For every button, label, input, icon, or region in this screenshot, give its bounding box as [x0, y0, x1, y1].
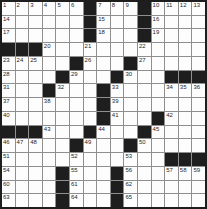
- clue-number-1: 1: [3, 2, 6, 8]
- grid-cell-r4c9[interactable]: [111, 43, 124, 56]
- grid-cell-r11c1[interactable]: 46: [2, 139, 15, 152]
- black-square-r4c2: [16, 43, 29, 56]
- grid-cell-r12c12[interactable]: [152, 153, 165, 166]
- clue-number-38: 38: [44, 98, 51, 104]
- black-square-r7c4: [43, 84, 56, 97]
- clue-number-61: 61: [71, 181, 78, 187]
- black-square-r6c13: [165, 71, 178, 84]
- grid-cell-r13c7[interactable]: [84, 167, 97, 180]
- clue-number-44: 44: [98, 126, 105, 132]
- grid-cell-r3c8[interactable]: 18: [97, 29, 110, 42]
- grid-cell-r13c14[interactable]: 58: [179, 167, 192, 180]
- black-square-r8c8: [97, 98, 110, 111]
- clue-number-5: 5: [57, 2, 60, 8]
- grid-cell-r3c2[interactable]: [16, 29, 29, 42]
- grid-cell-r7c5[interactable]: 32: [56, 84, 69, 97]
- grid-cell-r3c10[interactable]: [124, 29, 137, 42]
- grid-cell-r7c2[interactable]: [16, 84, 29, 97]
- grid-cell-r4c10[interactable]: [124, 43, 137, 56]
- grid-cell-r14c3[interactable]: [29, 181, 42, 194]
- grid-cell-r7c7[interactable]: [84, 84, 97, 97]
- grid-cell-r12c5[interactable]: [56, 153, 69, 166]
- grid-cell-r15c12[interactable]: [152, 194, 165, 207]
- black-square-r10c2: [16, 126, 29, 139]
- grid-cell-r14c4[interactable]: [43, 181, 56, 194]
- clue-number-52: 52: [71, 153, 78, 159]
- grid-cell-r15c11[interactable]: [138, 194, 151, 207]
- clue-number-28: 28: [3, 71, 10, 77]
- grid-cell-r9c3[interactable]: [29, 112, 42, 125]
- grid-cell-r3c5[interactable]: [56, 29, 69, 42]
- grid-cell-r4c6[interactable]: [70, 43, 83, 56]
- grid-cell-r15c1[interactable]: 63: [2, 194, 15, 207]
- grid-cell-r7c14[interactable]: 35: [179, 84, 192, 97]
- clue-number-2: 2: [17, 2, 20, 8]
- black-square-r6c15: [192, 71, 205, 84]
- grid-cell-r15c13[interactable]: [165, 194, 178, 207]
- grid-cell-r10c14[interactable]: [179, 126, 192, 139]
- black-square-r12c15: [192, 153, 205, 166]
- grid-cell-r11c9[interactable]: [111, 139, 124, 152]
- grid-cell-r10c8[interactable]: 44: [97, 126, 110, 139]
- black-square-r13c9: [111, 167, 124, 180]
- clue-number-12: 12: [180, 2, 187, 8]
- clue-number-32: 32: [57, 84, 64, 90]
- grid-cell-r8c5[interactable]: [56, 98, 69, 111]
- grid-cell-r1c5[interactable]: 5: [56, 2, 69, 15]
- grid-cell-r10c9[interactable]: [111, 126, 124, 139]
- clue-number-10: 10: [153, 2, 160, 8]
- grid-cell-r9c14[interactable]: [179, 112, 192, 125]
- grid-cell-r5c4[interactable]: [43, 57, 56, 70]
- clue-number-20: 20: [44, 43, 51, 49]
- grid-cell-r11c13[interactable]: [165, 139, 178, 152]
- grid-cell-r12c9[interactable]: [111, 153, 124, 166]
- grid-cell-r10c4[interactable]: 43: [43, 126, 56, 139]
- clue-number-40: 40: [3, 112, 10, 118]
- black-square-r10c7: [84, 126, 97, 139]
- clue-number-65: 65: [125, 194, 132, 200]
- clue-number-23: 23: [3, 57, 10, 63]
- grid-cell-r11c14[interactable]: [179, 139, 192, 152]
- grid-cell-r5c7[interactable]: 26: [84, 57, 97, 70]
- grid-cell-r15c7[interactable]: [84, 194, 97, 207]
- grid-cell-r1c1[interactable]: 1: [2, 2, 15, 15]
- clue-number-24: 24: [17, 57, 24, 63]
- grid-cell-r7c9[interactable]: 33: [111, 84, 124, 97]
- grid-cell-r8c7[interactable]: [84, 98, 97, 111]
- grid-cell-r13c10[interactable]: 56: [124, 167, 137, 180]
- grid-cell-r5c13[interactable]: [165, 57, 178, 70]
- grid-cell-r11c3[interactable]: 48: [29, 139, 42, 152]
- grid-cell-r2c14[interactable]: [179, 16, 192, 29]
- clue-number-34: 34: [166, 84, 173, 90]
- grid-cell-r9c6[interactable]: [70, 112, 83, 125]
- clue-number-4: 4: [44, 2, 47, 8]
- grid-cell-r2c8[interactable]: 15: [97, 16, 110, 29]
- clue-number-7: 7: [98, 2, 101, 8]
- grid-cell-r10c12[interactable]: 45: [152, 126, 165, 139]
- clue-number-11: 11: [166, 2, 172, 8]
- grid-cell-r5c9[interactable]: [111, 57, 124, 70]
- grid-cell-r3c13[interactable]: [165, 29, 178, 42]
- black-square-r2c7: [84, 16, 97, 29]
- grid-cell-r5c3[interactable]: 25: [29, 57, 42, 70]
- grid-cell-r8c9[interactable]: 39: [111, 98, 124, 111]
- grid-cell-r6c4[interactable]: [43, 71, 56, 84]
- grid-cell-r2c10[interactable]: [124, 16, 137, 29]
- grid-cell-r9c9[interactable]: 41: [111, 112, 124, 125]
- grid-cell-r2c3[interactable]: [29, 16, 42, 29]
- grid-cell-r9c10[interactable]: [124, 112, 137, 125]
- grid-cell-r9c1[interactable]: 40: [2, 112, 15, 125]
- grid-cell-r12c1[interactable]: 51: [2, 153, 15, 166]
- clue-number-43: 43: [44, 126, 51, 132]
- grid-cell-r6c8[interactable]: [97, 71, 110, 84]
- clue-number-45: 45: [153, 126, 160, 132]
- grid-cell-r3c14[interactable]: [179, 29, 192, 42]
- grid-cell-r1c4[interactable]: 4: [43, 2, 56, 15]
- clue-number-41: 41: [112, 112, 119, 118]
- clue-number-27: 27: [139, 57, 146, 63]
- grid-cell-r11c2[interactable]: 47: [16, 139, 29, 152]
- grid-cell-r8c1[interactable]: 37: [2, 98, 15, 111]
- grid-cell-r5c12[interactable]: [152, 57, 165, 70]
- black-square-r11c10: [124, 139, 137, 152]
- grid-cell-r2c2[interactable]: [16, 16, 29, 29]
- grid-cell-r14c8[interactable]: [97, 181, 110, 194]
- grid-cell-r5c15[interactable]: [192, 57, 205, 70]
- grid-cell-r15c3[interactable]: [29, 194, 42, 207]
- grid-cell-r6c1[interactable]: 28: [2, 71, 15, 84]
- grid-cell-r13c4[interactable]: [43, 167, 56, 180]
- grid-cell-r4c8[interactable]: [97, 43, 110, 56]
- grid-cell-r2c15[interactable]: [192, 16, 205, 29]
- grid-cell-r9c15[interactable]: [192, 112, 205, 125]
- grid-cell-r12c4[interactable]: [43, 153, 56, 166]
- grid-cell-r8c6[interactable]: [70, 98, 83, 111]
- grid-cell-r5c1[interactable]: 23: [2, 57, 15, 70]
- grid-cell-r14c1[interactable]: 60: [2, 181, 15, 194]
- grid-cell-r6c7[interactable]: [84, 71, 97, 84]
- grid-cell-r15c2[interactable]: [16, 194, 29, 207]
- clue-number-35: 35: [180, 84, 187, 90]
- grid-cell-r13c2[interactable]: [16, 167, 29, 180]
- grid-cell-r8c11[interactable]: [138, 98, 151, 111]
- black-square-r4c1: [2, 43, 15, 56]
- clue-number-30: 30: [125, 71, 132, 77]
- clue-number-49: 49: [85, 139, 92, 145]
- grid-cell-r7c3[interactable]: [29, 84, 42, 97]
- clue-number-54: 54: [3, 167, 10, 173]
- clue-number-18: 18: [98, 29, 105, 35]
- grid-cell-r10c6[interactable]: [70, 126, 83, 139]
- grid-cell-r12c6[interactable]: 52: [70, 153, 83, 166]
- grid-cell-r9c13[interactable]: 42: [165, 112, 178, 125]
- grid-cell-r2c9[interactable]: [111, 16, 124, 29]
- grid-cell-r3c4[interactable]: [43, 29, 56, 42]
- grid-cell-r9c4[interactable]: [43, 112, 56, 125]
- clue-number-22: 22: [139, 43, 146, 49]
- grid-cell-r1c3[interactable]: 3: [29, 2, 42, 15]
- clue-number-6: 6: [71, 2, 74, 8]
- clue-number-17: 17: [3, 29, 10, 35]
- grid-cell-r13c6[interactable]: 55: [70, 167, 83, 180]
- grid-cell-r6c2[interactable]: [16, 71, 29, 84]
- grid-cell-r4c15[interactable]: [192, 43, 205, 56]
- clue-number-59: 59: [193, 167, 200, 173]
- black-square-r10c3: [29, 126, 42, 139]
- grid-cell-r12c3[interactable]: [29, 153, 42, 166]
- grid-cell-r14c12[interactable]: [152, 181, 165, 194]
- grid-cell-r2c5[interactable]: [56, 16, 69, 29]
- black-square-r13c5: [56, 167, 69, 180]
- grid-cell-r5c8[interactable]: [97, 57, 110, 70]
- clue-number-57: 57: [166, 167, 173, 173]
- grid-cell-r11c7[interactable]: 49: [84, 139, 97, 152]
- clue-number-42: 42: [166, 112, 173, 118]
- clue-number-3: 3: [30, 2, 33, 8]
- grid-cell-r3c3[interactable]: [29, 29, 42, 42]
- clue-number-48: 48: [30, 139, 37, 145]
- grid-cell-r13c8[interactable]: [97, 167, 110, 180]
- grid-cell-r3c1[interactable]: 17: [2, 29, 15, 42]
- grid-cell-r12c10[interactable]: 53: [124, 153, 137, 166]
- grid-cell-r2c1[interactable]: 14: [2, 16, 15, 29]
- grid-cell-r1c10[interactable]: 9: [124, 2, 137, 15]
- grid-cell-r1c12[interactable]: 10: [152, 2, 165, 15]
- grid-cell-r2c13[interactable]: [165, 16, 178, 29]
- black-square-r6c5: [56, 71, 69, 84]
- black-square-r10c1: [2, 126, 15, 139]
- clue-number-64: 64: [71, 194, 78, 200]
- grid-cell-r1c15[interactable]: 13: [192, 2, 205, 15]
- grid-cell-r6c6[interactable]: 29: [70, 71, 83, 84]
- grid-cell-r15c15[interactable]: [192, 194, 205, 207]
- clue-number-62: 62: [125, 181, 132, 187]
- grid-cell-r11c12[interactable]: [152, 139, 165, 152]
- grid-cell-r15c4[interactable]: [43, 194, 56, 207]
- clue-number-16: 16: [153, 16, 160, 22]
- clue-number-39: 39: [112, 98, 119, 104]
- grid-cell-r8c10[interactable]: [124, 98, 137, 111]
- grid-cell-r4c11[interactable]: 22: [138, 43, 151, 56]
- grid-cell-r3c15[interactable]: [192, 29, 205, 42]
- grid-cell-r4c5[interactable]: [56, 43, 69, 56]
- black-square-r4c3: [29, 43, 42, 56]
- grid-cell-r9c7[interactable]: [84, 112, 97, 125]
- grid-cell-r10c13[interactable]: [165, 126, 178, 139]
- crossword-grid: 1234567891011121314151617181920212223242…: [0, 0, 207, 209]
- grid-cell-r13c13[interactable]: 57: [165, 167, 178, 180]
- grid-cell-r14c10[interactable]: 62: [124, 181, 137, 194]
- black-square-r6c9: [111, 71, 124, 84]
- grid-cell-r15c6[interactable]: 64: [70, 194, 83, 207]
- grid-cell-r4c7[interactable]: 21: [84, 43, 97, 56]
- grid-cell-r3c12[interactable]: 19: [152, 29, 165, 42]
- clue-number-47: 47: [17, 139, 24, 145]
- clue-number-15: 15: [98, 16, 105, 22]
- clue-number-55: 55: [71, 167, 78, 173]
- clue-number-56: 56: [125, 167, 132, 173]
- grid-cell-r12c7[interactable]: [84, 153, 97, 166]
- black-square-r12c13: [165, 153, 178, 166]
- grid-cell-r8c15[interactable]: [192, 98, 205, 111]
- black-square-r9c12: [152, 112, 165, 125]
- grid-cell-r14c13[interactable]: [165, 181, 178, 194]
- black-square-r3c11: [138, 29, 151, 42]
- grid-cell-r10c15[interactable]: [192, 126, 205, 139]
- grid-cell-r5c5[interactable]: [56, 57, 69, 70]
- grid-cell-r12c8[interactable]: [97, 153, 110, 166]
- black-square-r6c14: [179, 71, 192, 84]
- clue-number-9: 9: [125, 2, 128, 8]
- grid-cell-r14c14[interactable]: [179, 181, 192, 194]
- clue-number-36: 36: [193, 84, 200, 90]
- clue-number-60: 60: [3, 181, 10, 187]
- grid-cell-r5c11[interactable]: 27: [138, 57, 151, 70]
- grid-cell-r6c3[interactable]: [29, 71, 42, 84]
- black-square-r2c11: [138, 16, 151, 29]
- black-square-r14c5: [56, 181, 69, 194]
- grid-cell-r2c4[interactable]: [43, 16, 56, 29]
- grid-cell-r7c6[interactable]: [70, 84, 83, 97]
- black-square-r11c6: [70, 139, 83, 152]
- grid-cell-r4c14[interactable]: [179, 43, 192, 56]
- black-square-r15c9: [111, 194, 124, 207]
- grid-cell-r7c12[interactable]: [152, 84, 165, 97]
- grid-cell-r1c13[interactable]: 11: [165, 2, 178, 15]
- black-square-r7c8: [97, 84, 110, 97]
- grid-cell-r9c11[interactable]: [138, 112, 151, 125]
- grid-cell-r8c14[interactable]: [179, 98, 192, 111]
- grid-cell-r4c4[interactable]: 20: [43, 43, 56, 56]
- clue-number-46: 46: [3, 139, 10, 145]
- grid-cell-r7c15[interactable]: 36: [192, 84, 205, 97]
- grid-cell-r3c6[interactable]: [70, 29, 83, 42]
- grid-cell-r5c2[interactable]: 24: [16, 57, 29, 70]
- grid-cell-r15c14[interactable]: [179, 194, 192, 207]
- clue-number-13: 13: [193, 2, 200, 8]
- grid-cell-r2c12[interactable]: 16: [152, 16, 165, 29]
- clue-number-37: 37: [3, 98, 10, 104]
- black-square-r15c5: [56, 194, 69, 207]
- grid-cell-r4c12[interactable]: [152, 43, 165, 56]
- clue-number-26: 26: [85, 57, 92, 63]
- grid-cell-r12c11[interactable]: [138, 153, 151, 166]
- grid-cell-r14c11[interactable]: [138, 181, 151, 194]
- grid-cell-r5c14[interactable]: [179, 57, 192, 70]
- black-square-r10c11: [138, 126, 151, 139]
- grid-cell-r1c9[interactable]: 8: [111, 2, 124, 15]
- grid-cell-r8c4[interactable]: 38: [43, 98, 56, 111]
- grid-cell-r14c6[interactable]: 61: [70, 181, 83, 194]
- clue-number-8: 8: [112, 2, 115, 8]
- grid-cell-r1c8[interactable]: 7: [97, 2, 110, 15]
- grid-cell-r1c6[interactable]: 6: [70, 2, 83, 15]
- grid-cell-r1c14[interactable]: 12: [179, 2, 192, 15]
- black-square-r14c9: [111, 181, 124, 194]
- grid-cell-r2c6[interactable]: [70, 16, 83, 29]
- grid-cell-r11c15[interactable]: [192, 139, 205, 152]
- black-square-r9c8: [97, 112, 110, 125]
- clue-number-53: 53: [125, 153, 132, 159]
- black-square-r5c6: [70, 57, 83, 70]
- clue-number-25: 25: [30, 57, 37, 63]
- grid-cell-r12c2[interactable]: [16, 153, 29, 166]
- clue-number-29: 29: [71, 71, 78, 77]
- grid-cell-r11c8[interactable]: [97, 139, 110, 152]
- grid-cell-r7c1[interactable]: 31: [2, 84, 15, 97]
- grid-cell-r9c2[interactable]: [16, 112, 29, 125]
- grid-cell-r10c5[interactable]: [56, 126, 69, 139]
- grid-cell-r15c10[interactable]: 65: [124, 194, 137, 207]
- grid-cell-r8c3[interactable]: [29, 98, 42, 111]
- grid-cell-r11c11[interactable]: 50: [138, 139, 151, 152]
- grid-cell-r13c3[interactable]: [29, 167, 42, 180]
- clue-number-58: 58: [180, 167, 187, 173]
- grid-cell-r11c5[interactable]: [56, 139, 69, 152]
- grid-cell-r8c13[interactable]: [165, 98, 178, 111]
- clue-number-63: 63: [3, 194, 10, 200]
- black-square-r1c7: [84, 2, 97, 15]
- clue-number-33: 33: [112, 84, 119, 90]
- grid-cell-r13c11[interactable]: [138, 167, 151, 180]
- clue-number-19: 19: [153, 29, 160, 35]
- grid-cell-r7c11[interactable]: [138, 84, 151, 97]
- black-square-r3c7: [84, 29, 97, 42]
- clue-number-31: 31: [3, 84, 10, 90]
- grid-cell-r10c10[interactable]: [124, 126, 137, 139]
- black-square-r1c11: [138, 2, 151, 15]
- grid-cell-r8c12[interactable]: [152, 98, 165, 111]
- clue-number-50: 50: [139, 139, 146, 145]
- grid-cell-r1c2[interactable]: 2: [16, 2, 29, 15]
- grid-cell-r11c4[interactable]: [43, 139, 56, 152]
- grid-cell-r3c9[interactable]: [111, 29, 124, 42]
- grid-cell-r6c11[interactable]: [138, 71, 151, 84]
- clue-number-21: 21: [85, 43, 92, 49]
- grid-cell-r13c1[interactable]: 54: [2, 167, 15, 180]
- clue-number-14: 14: [3, 16, 10, 22]
- grid-cell-r13c15[interactable]: 59: [192, 167, 205, 180]
- grid-cell-r7c10[interactable]: [124, 84, 137, 97]
- grid-cell-r13c12[interactable]: [152, 167, 165, 180]
- grid-cell-r4c13[interactable]: [165, 43, 178, 56]
- grid-cell-r8c2[interactable]: [16, 98, 29, 111]
- clue-number-51: 51: [3, 153, 10, 159]
- black-square-r5c10: [124, 57, 137, 70]
- grid-cell-r14c15[interactable]: [192, 181, 205, 194]
- grid-cell-r7c13[interactable]: 34: [165, 84, 178, 97]
- grid-cell-r14c7[interactable]: [84, 181, 97, 194]
- grid-cell-r6c10[interactable]: 30: [124, 71, 137, 84]
- grid-cell-r6c12[interactable]: [152, 71, 165, 84]
- grid-cell-r15c8[interactable]: [97, 194, 110, 207]
- grid-cell-r14c2[interactable]: [16, 181, 29, 194]
- black-square-r12c14: [179, 153, 192, 166]
- grid-cell-r9c5[interactable]: [56, 112, 69, 125]
